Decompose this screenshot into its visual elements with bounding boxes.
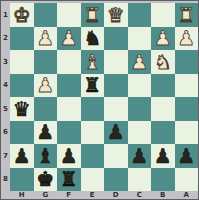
square-d4[interactable] bbox=[104, 74, 128, 98]
square-c3[interactable]: ♟ bbox=[128, 50, 152, 74]
square-f2[interactable]: ♟ bbox=[57, 27, 81, 51]
black-pawn-icon: ♟ bbox=[130, 146, 148, 166]
square-f3[interactable] bbox=[57, 50, 81, 74]
square-c7[interactable]: ♟ bbox=[128, 144, 152, 168]
rank-labels: 12345678 bbox=[1, 3, 10, 191]
white-pawn-icon: ♟ bbox=[36, 28, 54, 48]
rank-label-2: 2 bbox=[1, 27, 10, 51]
black-knight-icon: ♞ bbox=[83, 28, 101, 48]
black-rook-icon: ♜ bbox=[83, 75, 101, 95]
file-label-e: E bbox=[81, 191, 105, 199]
black-rook-icon: ♜ bbox=[60, 169, 78, 189]
square-h8[interactable] bbox=[10, 168, 34, 192]
rank-label-8: 8 bbox=[1, 168, 10, 192]
square-e3[interactable]: ♝ bbox=[81, 50, 105, 74]
square-a8[interactable] bbox=[175, 168, 199, 192]
white-rook-icon: ♜ bbox=[177, 5, 195, 25]
square-g8[interactable]: ♚ bbox=[34, 168, 58, 192]
square-h4[interactable] bbox=[10, 74, 34, 98]
white-pawn-icon: ♟ bbox=[60, 28, 78, 48]
white-king-icon: ♚ bbox=[13, 5, 31, 25]
white-knight-icon: ♞ bbox=[154, 52, 172, 72]
square-f1[interactable] bbox=[57, 3, 81, 27]
square-h2[interactable] bbox=[10, 27, 34, 51]
square-c4[interactable] bbox=[128, 74, 152, 98]
square-d3[interactable] bbox=[104, 50, 128, 74]
square-a5[interactable] bbox=[175, 97, 199, 121]
chess-board-frame: 12345678 ♚♜♛♜♟♟♞♟♟♝♟♞♟♜♛♟♟♟♝♟♟♟♟♚♜ HGFED… bbox=[0, 0, 199, 200]
square-g1[interactable] bbox=[34, 3, 58, 27]
black-pawn-icon: ♟ bbox=[13, 146, 31, 166]
square-a3[interactable] bbox=[175, 50, 199, 74]
square-c6[interactable] bbox=[128, 121, 152, 145]
black-pawn-icon: ♟ bbox=[154, 146, 172, 166]
square-c2[interactable] bbox=[128, 27, 152, 51]
file-label-g: G bbox=[34, 191, 58, 199]
square-f8[interactable]: ♜ bbox=[57, 168, 81, 192]
square-b5[interactable] bbox=[151, 97, 175, 121]
square-f7[interactable]: ♟ bbox=[57, 144, 81, 168]
square-e5[interactable] bbox=[81, 97, 105, 121]
white-rook-icon: ♜ bbox=[83, 5, 101, 25]
square-e6[interactable] bbox=[81, 121, 105, 145]
square-e2[interactable]: ♞ bbox=[81, 27, 105, 51]
square-g5[interactable] bbox=[34, 97, 58, 121]
square-g4[interactable]: ♟ bbox=[34, 74, 58, 98]
black-pawn-icon: ♟ bbox=[107, 122, 125, 142]
black-king-icon: ♚ bbox=[36, 169, 54, 189]
square-b4[interactable] bbox=[151, 74, 175, 98]
file-label-c: C bbox=[128, 191, 152, 199]
square-f5[interactable] bbox=[57, 97, 81, 121]
white-queen-icon: ♛ bbox=[107, 5, 125, 25]
white-pawn-icon: ♟ bbox=[130, 52, 148, 72]
square-h5[interactable]: ♛ bbox=[10, 97, 34, 121]
square-c1[interactable] bbox=[128, 3, 152, 27]
square-c8[interactable] bbox=[128, 168, 152, 192]
square-d7[interactable] bbox=[104, 144, 128, 168]
square-g2[interactable]: ♟ bbox=[34, 27, 58, 51]
white-pawn-icon: ♟ bbox=[36, 75, 54, 95]
black-queen-icon: ♛ bbox=[13, 99, 31, 119]
square-h3[interactable] bbox=[10, 50, 34, 74]
square-e4[interactable]: ♜ bbox=[81, 74, 105, 98]
square-a4[interactable] bbox=[175, 74, 199, 98]
white-bishop-icon: ♝ bbox=[83, 52, 101, 72]
square-g3[interactable] bbox=[34, 50, 58, 74]
square-d8[interactable] bbox=[104, 168, 128, 192]
white-pawn-icon: ♟ bbox=[177, 28, 195, 48]
rank-label-5: 5 bbox=[1, 97, 10, 121]
rank-label-1: 1 bbox=[1, 3, 10, 27]
square-d2[interactable] bbox=[104, 27, 128, 51]
file-label-b: B bbox=[151, 191, 175, 199]
square-e8[interactable] bbox=[81, 168, 105, 192]
rank-label-3: 3 bbox=[1, 50, 10, 74]
black-bishop-icon: ♝ bbox=[36, 146, 54, 166]
square-e7[interactable] bbox=[81, 144, 105, 168]
square-h6[interactable] bbox=[10, 121, 34, 145]
square-e1[interactable]: ♜ bbox=[81, 3, 105, 27]
rank-label-7: 7 bbox=[1, 144, 10, 168]
square-b1[interactable] bbox=[151, 3, 175, 27]
black-pawn-icon: ♟ bbox=[60, 146, 78, 166]
file-label-d: D bbox=[104, 191, 128, 199]
square-b7[interactable]: ♟ bbox=[151, 144, 175, 168]
square-a1[interactable]: ♜ bbox=[175, 3, 199, 27]
square-b2[interactable]: ♟ bbox=[151, 27, 175, 51]
file-labels: HGFEDCBA bbox=[10, 191, 198, 199]
square-g6[interactable]: ♟ bbox=[34, 121, 58, 145]
square-d5[interactable] bbox=[104, 97, 128, 121]
square-d1[interactable]: ♛ bbox=[104, 3, 128, 27]
file-label-f: F bbox=[57, 191, 81, 199]
square-g7[interactable]: ♝ bbox=[34, 144, 58, 168]
square-f4[interactable] bbox=[57, 74, 81, 98]
square-a2[interactable]: ♟ bbox=[175, 27, 199, 51]
black-pawn-icon: ♟ bbox=[36, 122, 54, 142]
square-a7[interactable]: ♟ bbox=[175, 144, 199, 168]
rank-label-4: 4 bbox=[1, 74, 10, 98]
square-h7[interactable]: ♟ bbox=[10, 144, 34, 168]
file-label-a: A bbox=[175, 191, 199, 199]
square-f6[interactable] bbox=[57, 121, 81, 145]
square-a6[interactable] bbox=[175, 121, 199, 145]
square-b6[interactable] bbox=[151, 121, 175, 145]
chess-board: ♚♜♛♜♟♟♞♟♟♝♟♞♟♜♛♟♟♟♝♟♟♟♟♚♜ bbox=[10, 3, 198, 191]
black-pawn-icon: ♟ bbox=[177, 146, 195, 166]
square-h1[interactable]: ♚ bbox=[10, 3, 34, 27]
square-b3[interactable]: ♞ bbox=[151, 50, 175, 74]
file-label-h: H bbox=[10, 191, 34, 199]
square-d6[interactable]: ♟ bbox=[104, 121, 128, 145]
square-b8[interactable] bbox=[151, 168, 175, 192]
white-pawn-icon: ♟ bbox=[154, 28, 172, 48]
rank-label-6: 6 bbox=[1, 121, 10, 145]
square-c5[interactable] bbox=[128, 97, 152, 121]
